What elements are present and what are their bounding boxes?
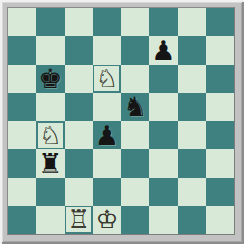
white-rook[interactable]: ♖ <box>66 207 91 232</box>
square-c3[interactable] <box>65 149 93 177</box>
square-h3[interactable] <box>206 149 234 177</box>
square-e5[interactable]: ♞ <box>121 93 149 121</box>
square-c2[interactable] <box>65 178 93 206</box>
square-c5[interactable] <box>65 93 93 121</box>
square-h6[interactable] <box>206 65 234 93</box>
square-b3[interactable]: ♜ <box>36 149 64 177</box>
square-f4[interactable] <box>149 121 177 149</box>
square-h2[interactable] <box>206 178 234 206</box>
board-frame: ♟♚♘♞♘♟♜♖♔ <box>0 0 244 244</box>
square-b1[interactable] <box>36 206 64 234</box>
square-e4[interactable] <box>121 121 149 149</box>
square-a5[interactable] <box>8 93 36 121</box>
square-e3[interactable] <box>121 149 149 177</box>
square-a6[interactable] <box>8 65 36 93</box>
square-f7[interactable]: ♟ <box>149 36 177 64</box>
square-f1[interactable] <box>149 206 177 234</box>
square-a2[interactable] <box>8 178 36 206</box>
square-g8[interactable] <box>178 8 206 36</box>
black-rook[interactable]: ♜ <box>38 150 62 177</box>
square-b5[interactable] <box>36 93 64 121</box>
square-a7[interactable] <box>8 36 36 64</box>
square-d8[interactable] <box>93 8 121 36</box>
square-e8[interactable] <box>121 8 149 36</box>
square-h5[interactable] <box>206 93 234 121</box>
square-g3[interactable] <box>178 149 206 177</box>
square-a4[interactable] <box>8 121 36 149</box>
black-pawn[interactable]: ♟ <box>151 37 175 64</box>
square-h1[interactable] <box>206 206 234 234</box>
chess-board: ♟♚♘♞♘♟♜♖♔ <box>7 7 235 235</box>
square-g2[interactable] <box>178 178 206 206</box>
white-knight[interactable]: ♘ <box>94 66 119 91</box>
square-e7[interactable] <box>121 36 149 64</box>
square-f8[interactable] <box>149 8 177 36</box>
square-h8[interactable] <box>206 8 234 36</box>
square-d4[interactable]: ♟ <box>93 121 121 149</box>
white-knight[interactable]: ♘ <box>38 123 63 148</box>
square-c8[interactable] <box>65 8 93 36</box>
square-g6[interactable] <box>178 65 206 93</box>
square-h4[interactable] <box>206 121 234 149</box>
square-b7[interactable] <box>36 36 64 64</box>
square-b2[interactable] <box>36 178 64 206</box>
square-g7[interactable] <box>178 36 206 64</box>
square-f3[interactable] <box>149 149 177 177</box>
square-c7[interactable] <box>65 36 93 64</box>
square-f2[interactable] <box>149 178 177 206</box>
square-a3[interactable] <box>8 149 36 177</box>
black-pawn[interactable]: ♟ <box>95 122 119 149</box>
black-knight[interactable]: ♞ <box>123 93 147 120</box>
square-a1[interactable] <box>8 206 36 234</box>
square-e2[interactable] <box>121 178 149 206</box>
square-f5[interactable] <box>149 93 177 121</box>
square-e6[interactable] <box>121 65 149 93</box>
square-b6[interactable]: ♚ <box>36 65 64 93</box>
square-g5[interactable] <box>178 93 206 121</box>
square-d3[interactable] <box>93 149 121 177</box>
square-g4[interactable] <box>178 121 206 149</box>
square-c6[interactable] <box>65 65 93 93</box>
square-d5[interactable] <box>93 93 121 121</box>
square-d2[interactable] <box>93 178 121 206</box>
square-b8[interactable] <box>36 8 64 36</box>
square-c4[interactable] <box>65 121 93 149</box>
square-d7[interactable] <box>93 36 121 64</box>
square-h7[interactable] <box>206 36 234 64</box>
white-king[interactable]: ♔ <box>94 207 119 232</box>
square-g1[interactable] <box>178 206 206 234</box>
square-b4[interactable]: ♘ <box>36 121 64 149</box>
square-a8[interactable] <box>8 8 36 36</box>
square-f6[interactable] <box>149 65 177 93</box>
black-king[interactable]: ♚ <box>38 65 62 92</box>
square-d6[interactable]: ♘ <box>93 65 121 93</box>
square-c1[interactable]: ♖ <box>65 206 93 234</box>
square-e1[interactable] <box>121 206 149 234</box>
square-d1[interactable]: ♔ <box>93 206 121 234</box>
